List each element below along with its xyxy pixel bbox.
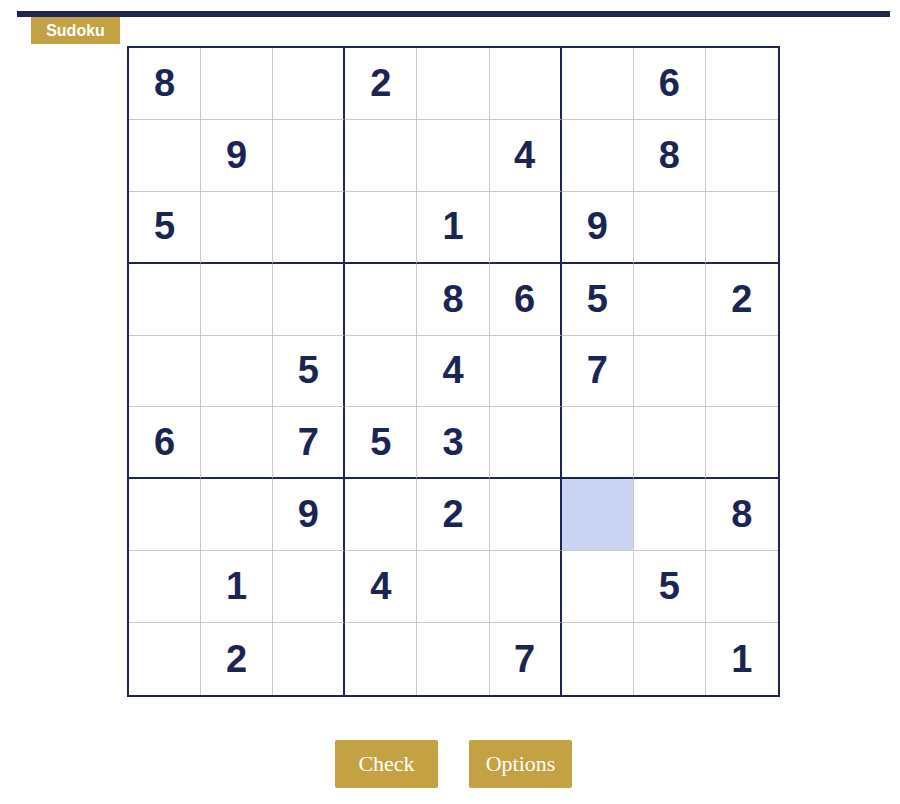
cell-r7c7[interactable] [562, 479, 634, 551]
cell-r6c4[interactable]: 5 [345, 407, 417, 479]
button-row: Check Options [127, 740, 780, 788]
cell-r1c9[interactable] [706, 48, 778, 120]
cell-r1c3[interactable] [273, 48, 345, 120]
cell-r6c7[interactable] [562, 407, 634, 479]
cell-r7c9[interactable]: 8 [706, 479, 778, 551]
cell-r5c1[interactable] [129, 336, 201, 408]
cell-r3c4[interactable] [345, 192, 417, 264]
cell-r9c2[interactable]: 2 [201, 623, 273, 695]
cell-r5c5[interactable]: 4 [417, 336, 489, 408]
cell-r2c1[interactable] [129, 120, 201, 192]
cell-r7c6[interactable] [490, 479, 562, 551]
cell-r8c3[interactable] [273, 551, 345, 623]
sudoku-board: 82694851986525476753928145271 [127, 46, 780, 697]
cell-r4c2[interactable] [201, 264, 273, 336]
cell-r1c8[interactable]: 6 [634, 48, 706, 120]
cell-r9c6[interactable]: 7 [490, 623, 562, 695]
cell-r8c1[interactable] [129, 551, 201, 623]
cell-r5c7[interactable]: 7 [562, 336, 634, 408]
cell-r7c5[interactable]: 2 [417, 479, 489, 551]
cell-r4c1[interactable] [129, 264, 201, 336]
cell-r8c8[interactable]: 5 [634, 551, 706, 623]
cell-r8c9[interactable] [706, 551, 778, 623]
cell-r9c5[interactable] [417, 623, 489, 695]
cell-r6c5[interactable]: 3 [417, 407, 489, 479]
cell-r9c1[interactable] [129, 623, 201, 695]
cell-r4c9[interactable]: 2 [706, 264, 778, 336]
cell-r1c5[interactable] [417, 48, 489, 120]
cell-r9c9[interactable]: 1 [706, 623, 778, 695]
cell-r4c4[interactable] [345, 264, 417, 336]
cell-r5c3[interactable]: 5 [273, 336, 345, 408]
top-divider [17, 11, 890, 17]
cell-r1c2[interactable] [201, 48, 273, 120]
cell-r2c6[interactable]: 4 [490, 120, 562, 192]
cell-r5c9[interactable] [706, 336, 778, 408]
cell-r4c6[interactable]: 6 [490, 264, 562, 336]
cell-r8c7[interactable] [562, 551, 634, 623]
cell-r7c3[interactable]: 9 [273, 479, 345, 551]
cell-r9c3[interactable] [273, 623, 345, 695]
cell-r4c8[interactable] [634, 264, 706, 336]
cell-r7c4[interactable] [345, 479, 417, 551]
cell-r4c7[interactable]: 5 [562, 264, 634, 336]
cell-r3c9[interactable] [706, 192, 778, 264]
cell-r3c7[interactable]: 9 [562, 192, 634, 264]
sudoku-badge: Sudoku [31, 17, 120, 44]
cell-r1c4[interactable]: 2 [345, 48, 417, 120]
cell-r3c5[interactable]: 1 [417, 192, 489, 264]
check-button[interactable]: Check [335, 740, 438, 788]
cell-r8c6[interactable] [490, 551, 562, 623]
cell-r2c4[interactable] [345, 120, 417, 192]
cell-r7c8[interactable] [634, 479, 706, 551]
cell-r1c6[interactable] [490, 48, 562, 120]
cell-r7c1[interactable] [129, 479, 201, 551]
cell-r3c3[interactable] [273, 192, 345, 264]
cell-r5c6[interactable] [490, 336, 562, 408]
cell-r9c4[interactable] [345, 623, 417, 695]
cell-r3c8[interactable] [634, 192, 706, 264]
cell-r6c1[interactable]: 6 [129, 407, 201, 479]
cell-r5c4[interactable] [345, 336, 417, 408]
cell-r2c2[interactable]: 9 [201, 120, 273, 192]
cell-r5c2[interactable] [201, 336, 273, 408]
cell-r4c3[interactable] [273, 264, 345, 336]
cell-r6c9[interactable] [706, 407, 778, 479]
cell-r8c4[interactable]: 4 [345, 551, 417, 623]
cell-r2c3[interactable] [273, 120, 345, 192]
options-button[interactable]: Options [469, 740, 572, 788]
cell-r7c2[interactable] [201, 479, 273, 551]
page-title: Sudoku [46, 22, 105, 40]
cell-r3c1[interactable]: 5 [129, 192, 201, 264]
cell-r6c6[interactable] [490, 407, 562, 479]
cell-r1c7[interactable] [562, 48, 634, 120]
cell-r6c8[interactable] [634, 407, 706, 479]
cell-r2c7[interactable] [562, 120, 634, 192]
cell-r8c2[interactable]: 1 [201, 551, 273, 623]
cell-r2c9[interactable] [706, 120, 778, 192]
cell-r5c8[interactable] [634, 336, 706, 408]
cell-r3c6[interactable] [490, 192, 562, 264]
cell-r1c1[interactable]: 8 [129, 48, 201, 120]
cell-r2c5[interactable] [417, 120, 489, 192]
cell-r8c5[interactable] [417, 551, 489, 623]
cell-r4c5[interactable]: 8 [417, 264, 489, 336]
cell-r6c3[interactable]: 7 [273, 407, 345, 479]
cell-r6c2[interactable] [201, 407, 273, 479]
cell-r3c2[interactable] [201, 192, 273, 264]
cell-r9c7[interactable] [562, 623, 634, 695]
cell-r2c8[interactable]: 8 [634, 120, 706, 192]
cell-r9c8[interactable] [634, 623, 706, 695]
